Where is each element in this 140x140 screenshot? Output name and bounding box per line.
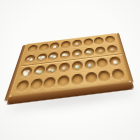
seed: [38, 70, 42, 74]
seed: [75, 52, 78, 55]
pit-r3c5: [72, 61, 83, 72]
seed: [65, 54, 69, 57]
pit-r4c3: [43, 76, 56, 89]
seed: [53, 46, 57, 49]
pit-r2c4: [60, 50, 71, 60]
seed: [62, 67, 66, 71]
product-photo-canvas: [0, 0, 140, 140]
seed: [29, 58, 33, 61]
pit-r2c5: [72, 49, 82, 58]
pit-r2c3: [48, 51, 59, 61]
pit-r1c4: [61, 41, 71, 50]
pit-r1c8: [105, 36, 116, 44]
mancala-board: [9, 33, 131, 97]
pit-r2c2: [36, 53, 48, 63]
seed: [51, 68, 55, 72]
pit-r4c4: [57, 75, 69, 88]
pit-r3c1: [19, 67, 33, 78]
pit-r2c6: [84, 47, 95, 56]
seed: [53, 55, 57, 58]
pit-r3c4: [59, 63, 70, 74]
pit-r2c1: [24, 54, 36, 64]
seed: [110, 48, 114, 51]
seed: [39, 57, 43, 60]
pit-r4c2: [29, 78, 43, 91]
pit-r3c7: [96, 58, 108, 69]
seed: [75, 65, 79, 69]
seed: [88, 51, 92, 54]
pit-r3c2: [32, 66, 45, 77]
seed: [88, 64, 92, 68]
seed: [99, 49, 103, 52]
pit-r3c3: [45, 64, 57, 75]
seed: [75, 43, 78, 46]
seed: [23, 72, 28, 76]
pit-r1c7: [94, 37, 105, 45]
pit-r4c8: [111, 68, 125, 80]
pit-r1c5: [72, 40, 82, 48]
pit-r3c6: [84, 60, 96, 71]
pit-r4c7: [98, 70, 111, 82]
seed: [113, 61, 117, 65]
pit-r4c6: [85, 71, 97, 83]
pit-r4c1: [15, 79, 30, 92]
pit-r3c8: [109, 57, 122, 68]
pit-r1c6: [83, 38, 93, 46]
pit-r4c5: [71, 73, 83, 85]
pit-r1c2: [38, 43, 49, 52]
pit-r1c3: [49, 42, 59, 51]
pit-r1c1: [27, 45, 39, 54]
pit-r2c8: [106, 44, 118, 53]
pit-r2c7: [95, 46, 106, 55]
